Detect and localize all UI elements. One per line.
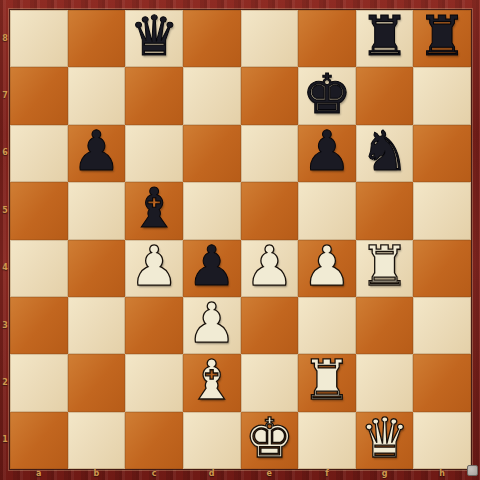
square-a4[interactable] [10,240,68,297]
square-e1[interactable]: ♚ [241,412,299,469]
square-e7[interactable] [241,67,299,124]
square-d4[interactable]: ♟ [183,240,241,297]
square-c5[interactable]: ♝ [125,182,183,239]
square-c1[interactable] [125,412,183,469]
square-g5[interactable] [356,182,414,239]
square-h6[interactable] [413,125,471,182]
square-b7[interactable] [68,67,126,124]
white-bishop-piece: ♝ [187,353,236,408]
black-king-piece: ♚ [302,67,351,122]
white-queen-piece: ♛ [360,411,409,466]
black-pawn-piece: ♟ [187,239,236,294]
white-rook-piece: ♜ [302,353,351,408]
square-h3[interactable] [413,297,471,354]
square-b3[interactable] [68,297,126,354]
square-f7[interactable]: ♚ [298,67,356,124]
chess-board: ♛♜♜♚♟♟♞♝♟♟♟♟♜♟♝♜♚♛ [10,10,471,469]
square-b8[interactable] [68,10,126,67]
square-g8[interactable]: ♜ [356,10,414,67]
black-rook-piece: ♜ [418,9,467,64]
square-e2[interactable] [241,354,299,411]
square-g7[interactable] [356,67,414,124]
white-pawn-piece: ♟ [245,239,294,294]
black-knight-piece: ♞ [360,124,409,179]
square-f5[interactable] [298,182,356,239]
white-king-piece: ♚ [245,411,294,466]
square-e6[interactable] [241,125,299,182]
square-d8[interactable] [183,10,241,67]
square-e3[interactable] [241,297,299,354]
square-f2[interactable]: ♜ [298,354,356,411]
square-c6[interactable] [125,125,183,182]
square-d3[interactable]: ♟ [183,297,241,354]
black-rook-piece: ♜ [360,9,409,64]
square-a5[interactable] [10,182,68,239]
square-g3[interactable] [356,297,414,354]
white-pawn-piece: ♟ [187,296,236,351]
square-b2[interactable] [68,354,126,411]
black-pawn-piece: ♟ [72,124,121,179]
square-f1[interactable] [298,412,356,469]
square-d1[interactable] [183,412,241,469]
white-rook-piece: ♜ [360,239,409,294]
square-h5[interactable] [413,182,471,239]
square-d5[interactable] [183,182,241,239]
square-d7[interactable] [183,67,241,124]
square-a3[interactable] [10,297,68,354]
square-c8[interactable]: ♛ [125,10,183,67]
square-h8[interactable]: ♜ [413,10,471,67]
square-c2[interactable] [125,354,183,411]
white-pawn-piece: ♟ [302,239,351,294]
square-h2[interactable] [413,354,471,411]
square-a8[interactable] [10,10,68,67]
square-a1[interactable] [10,412,68,469]
square-h1[interactable] [413,412,471,469]
square-g4[interactable]: ♜ [356,240,414,297]
square-f4[interactable]: ♟ [298,240,356,297]
square-g6[interactable]: ♞ [356,125,414,182]
square-a7[interactable] [10,67,68,124]
square-h4[interactable] [413,240,471,297]
square-b1[interactable] [68,412,126,469]
white-pawn-piece: ♟ [129,239,178,294]
square-d2[interactable]: ♝ [183,354,241,411]
square-c7[interactable] [125,67,183,124]
square-g1[interactable]: ♛ [356,412,414,469]
black-bishop-piece: ♝ [129,181,178,236]
black-queen-piece: ♛ [129,9,178,64]
square-f3[interactable] [298,297,356,354]
square-h7[interactable] [413,67,471,124]
white-to-move-indicator [467,465,478,476]
square-d6[interactable] [183,125,241,182]
square-e8[interactable] [241,10,299,67]
square-b6[interactable]: ♟ [68,125,126,182]
square-a6[interactable] [10,125,68,182]
square-c3[interactable] [125,297,183,354]
black-pawn-piece: ♟ [302,124,351,179]
square-b4[interactable] [68,240,126,297]
square-b5[interactable] [68,182,126,239]
square-e5[interactable] [241,182,299,239]
square-c4[interactable]: ♟ [125,240,183,297]
square-g2[interactable] [356,354,414,411]
square-f8[interactable] [298,10,356,67]
square-a2[interactable] [10,354,68,411]
chess-board-screenshot: ♛♜♜♚♟♟♞♝♟♟♟♟♜♟♝♜♚♛ 87654321abcdefgh [0,0,480,480]
square-f6[interactable]: ♟ [298,125,356,182]
square-e4[interactable]: ♟ [241,240,299,297]
